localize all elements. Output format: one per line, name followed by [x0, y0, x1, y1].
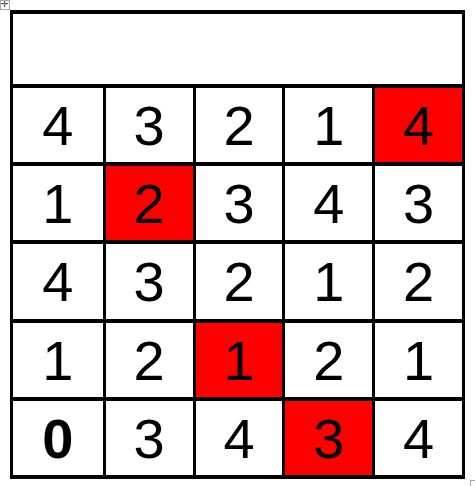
- grid-cell-r3c1[interactable]: 4: [13, 240, 103, 318]
- puzzle-grid: 4321412343432121212103434: [10, 10, 465, 479]
- grid-cell-r3c2[interactable]: 3: [103, 240, 193, 318]
- move-arrows-icon: ✛: [1, 0, 9, 9]
- grid-cell-r2c4[interactable]: 4: [282, 162, 372, 240]
- grid-cell-r5c2[interactable]: 3: [103, 397, 193, 475]
- table-resize-handle[interactable]: [470, 480, 475, 486]
- grid-header-cell[interactable]: [13, 14, 462, 84]
- grid-cell-r4c5[interactable]: 1: [372, 319, 462, 397]
- grid-cell-r5c3[interactable]: 4: [193, 397, 283, 475]
- grid-cell-r3c3[interactable]: 2: [193, 240, 283, 318]
- grid-cell-r2c2[interactable]: 2: [103, 162, 193, 240]
- grid-cell-r2c5[interactable]: 3: [372, 162, 462, 240]
- table-move-handle[interactable]: ✛: [0, 0, 10, 10]
- grid-cell-r1c3[interactable]: 2: [193, 84, 283, 162]
- grid-cell-r4c4[interactable]: 2: [282, 319, 372, 397]
- grid-cell-r5c4[interactable]: 3: [282, 397, 372, 475]
- grid-cell-r4c1[interactable]: 1: [13, 319, 103, 397]
- grid-cell-r1c2[interactable]: 3: [103, 84, 193, 162]
- grid-cell-r3c5[interactable]: 2: [372, 240, 462, 318]
- grid-cell-r1c4[interactable]: 1: [282, 84, 372, 162]
- grid-cell-r5c5[interactable]: 4: [372, 397, 462, 475]
- grid-cell-r4c2[interactable]: 2: [103, 319, 193, 397]
- grid-cell-r2c1[interactable]: 1: [13, 162, 103, 240]
- document-canvas: { "game": "number-grid-puzzle", "positio…: [0, 0, 475, 486]
- grid-cell-r2c3[interactable]: 3: [193, 162, 283, 240]
- grid-cell-r1c1[interactable]: 4: [13, 84, 103, 162]
- grid-cell-r1c5[interactable]: 4: [372, 84, 462, 162]
- grid-cell-r3c4[interactable]: 1: [282, 240, 372, 318]
- grid-cell-r5c1[interactable]: 0: [13, 397, 103, 475]
- grid-cell-r4c3[interactable]: 1: [193, 319, 283, 397]
